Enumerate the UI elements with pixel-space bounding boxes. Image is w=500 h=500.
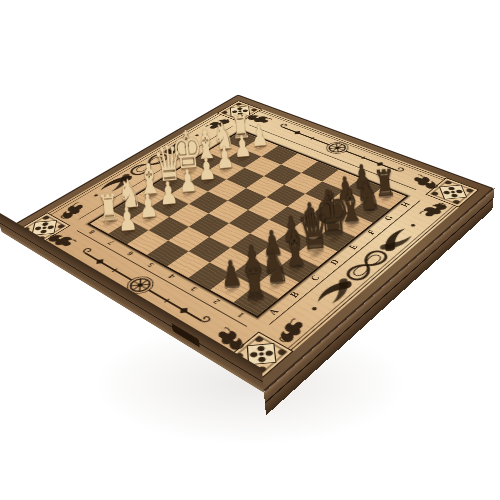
corner-rosette-ornament: [426, 178, 480, 208]
piece-glyph: ♟: [196, 155, 217, 185]
dragon-ornament-icon: [414, 198, 451, 221]
dragon-ornament-icon: [53, 200, 91, 222]
rank-label-8: 8: [76, 223, 107, 242]
piece-glyph: ♟: [137, 191, 159, 223]
scene: 12345678 ABCDEFGH ♜♞♝♛♚♝♞♜♟♟♟♟♟♟♟♟♟♟♟♟♟♟…: [58, 20, 437, 399]
piece-glyph: ♜: [240, 263, 269, 305]
piece-glyph: ♟: [215, 143, 235, 173]
game-board: 12345678 ABCDEFGH ♜♞♝♛♚♝♞♜♟♟♟♟♟♟♟♟♟♟♟♟♟♟…: [1, 95, 494, 393]
piece-glyph: ♟: [116, 204, 138, 236]
product-photo: 12345678 ABCDEFGH ♜♞♝♛♚♝♞♜♟♟♟♟♟♟♟♟♟♟♟♟♟♟…: [0, 0, 500, 500]
piece-glyph: ♟: [233, 133, 253, 162]
piece-glyph: ♟: [250, 122, 270, 151]
board-top-surface: 12345678 ABCDEFGH ♜♞♝♛♚♝♞♜♟♟♟♟♟♟♟♟♟♟♟♟♟♟…: [17, 101, 479, 378]
piece-glyph: ♟: [158, 178, 179, 209]
rank-label-7: 7: [95, 233, 127, 253]
piece-glyph: ♟: [178, 166, 199, 197]
